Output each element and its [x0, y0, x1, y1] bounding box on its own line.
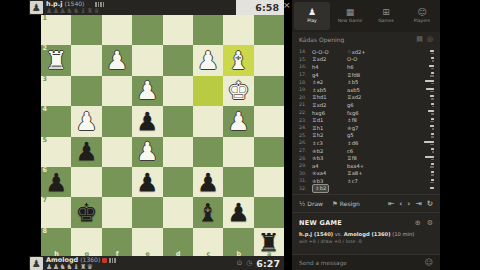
- white-move[interactable]: ♗c3: [312, 140, 347, 146]
- white-move[interactable]: ♖hd1: [312, 94, 347, 100]
- go-back-icon[interactable]: ‹: [399, 200, 402, 208]
- black-move[interactable]: O-O: [347, 56, 382, 62]
- black-pawn-e6[interactable]: ♟: [132, 167, 162, 197]
- move-row: 15.♖xd2O-O: [292, 56, 440, 64]
- black-rook-a8[interactable]: ♜: [254, 228, 284, 258]
- square-a6[interactable]: [254, 167, 284, 197]
- square-e8[interactable]: e: [132, 228, 162, 258]
- square-c6[interactable]: ♟: [193, 167, 223, 197]
- white-king-b3[interactable]: ♚: [223, 76, 253, 106]
- chess-board: 12♜♟♟♝3♟♚4♟♟♟5♟♟6♟♟♟7♚♝♟8hgfedcba♜: [41, 15, 284, 258]
- black-pawn-b7[interactable]: ♟: [223, 197, 253, 227]
- move-number: 27.: [299, 148, 312, 153]
- play-pawn-icon: ♟: [308, 8, 316, 17]
- white-rook-h2[interactable]: ♜: [41, 45, 71, 75]
- move-time-bars: [408, 133, 434, 138]
- grid-icon: ⊞: [382, 8, 390, 17]
- move-row: 20.♖hd1♖xd2: [292, 94, 440, 102]
- square-h7[interactable]: 7: [41, 197, 71, 227]
- move-time-bars: [408, 171, 434, 176]
- square-f8[interactable]: f: [102, 228, 132, 258]
- move-list: 14.O-O-O♘xd2+15.♖xd2O-O16.h4h617.g4♖fd81…: [292, 47, 440, 194]
- half-point-icon: ½: [299, 200, 305, 208]
- move-row: 17.g4♖fd8: [292, 71, 440, 79]
- tab-bar: ♟Play▦New Game⊞Games☺Players: [292, 0, 440, 32]
- rank-label-8: 8: [43, 228, 48, 235]
- board-icon: ▦: [346, 8, 355, 17]
- move-time-bars: [408, 80, 434, 85]
- square-a1[interactable]: [254, 15, 284, 45]
- black-move[interactable]: h6: [347, 64, 382, 70]
- move-number: 24.: [299, 125, 312, 130]
- square-h6[interactable]: 6♟: [41, 167, 71, 197]
- white-move[interactable]: ♖xd2: [312, 56, 347, 62]
- move-number: 26.: [299, 140, 312, 145]
- square-d3[interactable]: [163, 76, 193, 106]
- layout-icon[interactable]: ▤: [416, 36, 423, 43]
- tab-label: New Game: [338, 19, 363, 24]
- spectator-eye-icon[interactable]: ⊙: [236, 260, 242, 267]
- emoji-icon[interactable]: ☺: [425, 258, 433, 267]
- black-pawn-h6[interactable]: ♟: [41, 167, 71, 197]
- black-move[interactable]: fxg6: [347, 110, 382, 116]
- move-number: 14.: [299, 49, 312, 54]
- black-move[interactable]: ♗d6: [347, 140, 382, 146]
- square-h2[interactable]: 2♜: [41, 45, 71, 75]
- move-time-bars: [408, 118, 434, 123]
- square-g7[interactable]: ♚: [71, 197, 101, 227]
- black-pawn-c6[interactable]: ♟: [193, 167, 223, 197]
- white-move[interactable]: ♖h2: [312, 132, 347, 138]
- rank-label-5: 5: [43, 137, 48, 144]
- settings-gear-icon[interactable]: ⚙: [427, 219, 433, 227]
- black-move[interactable]: ♔g7: [347, 125, 382, 131]
- white-move[interactable]: hxg6: [312, 110, 347, 116]
- square-b4[interactable]: ♟: [223, 106, 253, 136]
- white-move[interactable]: ♖d1: [312, 117, 347, 123]
- square-c5[interactable]: [193, 137, 223, 167]
- white-move[interactable]: ♖h1: [312, 125, 347, 131]
- square-a7[interactable]: [254, 197, 284, 227]
- black-move[interactable]: axb5: [347, 87, 382, 93]
- square-d5[interactable]: [163, 137, 193, 167]
- square-c1[interactable]: [193, 15, 223, 45]
- go-start-icon[interactable]: ⇤: [388, 200, 394, 208]
- move-number: 32.: [299, 186, 312, 191]
- square-e3[interactable]: ♟: [132, 76, 162, 106]
- black-move[interactable]: bxa4+: [347, 163, 382, 169]
- connection-bars-icon: [95, 2, 104, 7]
- square-b3[interactable]: ♚: [223, 76, 253, 106]
- white-pawn-g4[interactable]: ♟: [71, 106, 101, 136]
- square-e7[interactable]: [132, 197, 162, 227]
- close-icon[interactable]: ×: [283, 1, 291, 10]
- matchup-line: h.p.j (1540) vs. Amologd (1360) (10 min): [299, 231, 433, 237]
- white-move[interactable]: ♔b3: [312, 178, 347, 184]
- bottom-player-avatar[interactable]: ♟: [30, 257, 43, 270]
- black-bishop-c7[interactable]: ♝: [193, 197, 223, 227]
- black-move[interactable]: c6: [347, 148, 382, 154]
- rating-change-line: win +8 / draw +0 / lose -8: [299, 239, 433, 244]
- square-e1[interactable]: [132, 15, 162, 45]
- tab-new-game[interactable]: ▦New Game: [332, 0, 368, 32]
- square-g2[interactable]: [71, 45, 101, 75]
- move-row: 26.♗c3♗d6: [292, 139, 440, 147]
- square-f7[interactable]: [102, 197, 132, 227]
- move-number: 31.: [299, 178, 312, 183]
- move-row: 19.♗xb5axb5: [292, 86, 440, 94]
- white-move[interactable]: a4: [312, 163, 347, 169]
- move-time-bars: [408, 50, 434, 55]
- bottom-player-bar: ♟ Amologd (1360) ♟♟♞♞♝♜♛ ⊙ ◷ 6:27: [29, 256, 284, 270]
- resign-button[interactable]: ⚑ Resign: [332, 200, 360, 208]
- move-row: 14.O-O-O♘xd2+: [292, 48, 440, 56]
- white-pawn-c2[interactable]: ♟: [193, 45, 223, 75]
- white-move[interactable]: ♗e2: [312, 79, 347, 85]
- square-b2[interactable]: ♝: [223, 45, 253, 75]
- connection-bars-icon: [109, 258, 116, 263]
- square-a3[interactable]: [254, 76, 284, 106]
- game-controls: ½ Draw ⚑ Resign ⇤‹›⇥↻: [292, 194, 440, 213]
- white-move[interactable]: ♗b2: [312, 184, 329, 193]
- chat-bar: Send a message ☺: [292, 254, 440, 270]
- tab-games[interactable]: ⊞Games: [368, 0, 404, 32]
- rank-label-4: 4: [43, 106, 48, 113]
- rank-label-1: 1: [43, 15, 48, 22]
- square-c3[interactable]: [193, 76, 223, 106]
- move-time-bars: [408, 65, 434, 70]
- square-d6[interactable]: [163, 167, 193, 197]
- black-king-g7[interactable]: ♚: [71, 197, 101, 227]
- white-pawn-e3[interactable]: ♟: [132, 76, 162, 106]
- flip-board-icon[interactable]: ↻: [427, 200, 433, 208]
- square-d1[interactable]: [163, 15, 193, 45]
- move-number: 22.: [299, 110, 312, 115]
- black-move[interactable]: ♖xd2: [347, 94, 382, 100]
- square-b7[interactable]: ♟: [223, 197, 253, 227]
- top-player-clock: 6:58: [236, 0, 284, 15]
- black-pawn-e4[interactable]: ♟: [132, 106, 162, 136]
- white-move[interactable]: g4: [312, 72, 347, 78]
- move-nav: ⇤‹›⇥↻: [388, 200, 433, 208]
- rank-label-3: 3: [43, 76, 48, 83]
- square-e5[interactable]: ♟: [132, 137, 162, 167]
- draw-button[interactable]: ½ Draw: [299, 200, 323, 208]
- move-number: 21.: [299, 102, 312, 107]
- move-number: 23.: [299, 118, 312, 123]
- tab-label: Players: [414, 19, 430, 24]
- tab-label: Play: [307, 19, 316, 24]
- black-move[interactable]: g5: [347, 132, 382, 138]
- move-time-bars: [408, 125, 434, 130]
- black-move[interactable]: ♘xd2+: [347, 49, 382, 55]
- target-icon[interactable]: ◎: [427, 36, 433, 43]
- square-a8[interactable]: a♜: [254, 228, 284, 258]
- move-time-bars: [408, 141, 434, 146]
- move-time-bars: [408, 103, 434, 108]
- square-h5[interactable]: 5: [41, 137, 71, 167]
- rank-label-7: 7: [43, 197, 48, 204]
- chat-input[interactable]: Send a message: [299, 260, 425, 266]
- square-b5[interactable]: [223, 137, 253, 167]
- white-pawn-b4[interactable]: ♟: [223, 106, 253, 136]
- resign-flag-icon: ⚑: [332, 200, 338, 208]
- move-row: 32.♗b2: [292, 185, 440, 193]
- square-g6[interactable]: [71, 167, 101, 197]
- square-a2[interactable]: [254, 45, 284, 75]
- clock-icon: ◷: [246, 260, 252, 267]
- white-move[interactable]: O-O-O: [312, 49, 347, 55]
- black-move[interactable]: ♗b5: [347, 79, 382, 85]
- tab-label: Games: [378, 19, 394, 24]
- white-move[interactable]: ♔b3: [312, 155, 347, 161]
- move-row: 21.♖xd2g6: [292, 101, 440, 109]
- square-g5[interactable]: ♟: [71, 137, 101, 167]
- white-bishop-b2[interactable]: ♝: [223, 45, 253, 75]
- square-c7[interactable]: ♝: [193, 197, 223, 227]
- move-time-bars: [408, 57, 434, 62]
- square-g8[interactable]: g: [71, 228, 101, 258]
- move-time-bars: [408, 95, 434, 100]
- square-b1[interactable]: [223, 15, 253, 45]
- membership-badge-icon: [102, 258, 107, 263]
- white-pawn-e5[interactable]: ♟: [132, 137, 162, 167]
- move-row: 18.♗e2♗b5: [292, 78, 440, 86]
- square-h4[interactable]: 4: [41, 106, 71, 136]
- square-f1[interactable]: [102, 15, 132, 45]
- square-d4[interactable]: [163, 106, 193, 136]
- square-e6[interactable]: ♟: [132, 167, 162, 197]
- square-h1[interactable]: 1: [41, 15, 71, 45]
- move-time-bars: [408, 179, 434, 184]
- square-a4[interactable]: [254, 106, 284, 136]
- move-row: 22.hxg6fxg6: [292, 109, 440, 117]
- go-end-icon[interactable]: ⇥: [415, 200, 421, 208]
- square-d8[interactable]: d: [163, 228, 193, 258]
- move-number: 20.: [299, 95, 312, 100]
- square-d2[interactable]: [163, 45, 193, 75]
- move-number: 17.: [299, 72, 312, 77]
- square-h8[interactable]: 8h: [41, 228, 71, 258]
- move-row: 23.♖d1♗f8: [292, 116, 440, 124]
- black-move[interactable]: ♖a8+: [347, 170, 382, 176]
- new-game-title: NEW GAME: [299, 219, 409, 227]
- square-e2[interactable]: [132, 45, 162, 75]
- go-forward-icon[interactable]: ›: [407, 200, 410, 208]
- square-g4[interactable]: ♟: [71, 106, 101, 136]
- square-c2[interactable]: ♟: [193, 45, 223, 75]
- square-d7[interactable]: [163, 197, 193, 227]
- move-number: 25.: [299, 133, 312, 138]
- white-pawn-f2[interactable]: ♟: [102, 45, 132, 75]
- square-f4[interactable]: [102, 106, 132, 136]
- move-row: 30.♔xa4♖a8+: [292, 170, 440, 178]
- move-time-bars: [408, 72, 434, 77]
- move-number: 30.: [299, 171, 312, 176]
- square-c4[interactable]: [193, 106, 223, 136]
- square-e4[interactable]: ♟: [132, 106, 162, 136]
- move-time-bars: [408, 110, 434, 115]
- square-f5[interactable]: [102, 137, 132, 167]
- top-captured-pieces: ♟♟♟♞♞♝♜♛: [46, 8, 100, 15]
- square-g3[interactable]: [71, 76, 101, 106]
- move-time-bars: [408, 156, 434, 161]
- black-move[interactable]: ♖fd8: [347, 72, 382, 78]
- move-time-bars: [408, 187, 434, 189]
- opening-name: Kádas Opening: [299, 36, 412, 43]
- move-number: 18.: [299, 80, 312, 85]
- tab-play[interactable]: ♟Play: [294, 2, 330, 30]
- move-number: 29.: [299, 163, 312, 168]
- person-icon: ☺: [417, 8, 426, 17]
- square-b6[interactable]: [223, 167, 253, 197]
- square-b8[interactable]: b: [223, 228, 253, 258]
- move-row: 28.♔b3♖f8: [292, 154, 440, 162]
- challenge-icon[interactable]: ⊕: [415, 219, 421, 227]
- square-a5[interactable]: [254, 137, 284, 167]
- white-move[interactable]: ♖xd2: [312, 102, 347, 108]
- move-row: 27.♔b2c6: [292, 147, 440, 155]
- top-player-bar: ♟ h.p.j (1540) ♟♟♟♞♞♝♜♛ 6:58: [29, 0, 284, 15]
- white-move[interactable]: h4: [312, 64, 347, 70]
- black-move[interactable]: g6: [347, 102, 382, 108]
- move-time-bars: [408, 148, 434, 153]
- move-row: 25.♖h2g5: [292, 132, 440, 140]
- square-g1[interactable]: [71, 15, 101, 45]
- move-time-bars: [408, 88, 434, 93]
- bottom-player-clock: 6:27: [256, 258, 280, 269]
- opening-row: Kádas Opening ▤ ◎: [292, 32, 440, 47]
- move-time-bars: [408, 163, 434, 168]
- square-f2[interactable]: ♟: [102, 45, 132, 75]
- move-number: 19.: [299, 87, 312, 92]
- black-move[interactable]: ♗c7: [347, 178, 382, 184]
- bottom-captured-pieces: ♟♟♞♞♝♜♛: [46, 264, 93, 270]
- square-h3[interactable]: 3: [41, 76, 71, 106]
- top-player-avatar[interactable]: ♟: [30, 1, 43, 14]
- new-game-section: NEW GAME ⊕ ⚙ h.p.j (1540) vs. Amologd (1…: [292, 213, 440, 248]
- tab-players[interactable]: ☺Players: [404, 0, 440, 32]
- side-panel: ♟Play▦New Game⊞Games☺Players Kádas Openi…: [292, 0, 440, 270]
- move-row: 29.a4bxa4+: [292, 162, 440, 170]
- move-number: 15.: [299, 57, 312, 62]
- square-c8[interactable]: c: [193, 228, 223, 258]
- black-move[interactable]: ♗f8: [347, 117, 382, 123]
- white-move[interactable]: ♗xb5: [312, 87, 347, 93]
- app-window: ♟ h.p.j (1540) ♟♟♟♞♞♝♜♛ 6:58 12♜♟♟♝3♟♚4♟…: [0, 0, 480, 270]
- square-f3[interactable]: [102, 76, 132, 106]
- move-row: 24.♖h1♔g7: [292, 124, 440, 132]
- black-move[interactable]: ♖f8: [347, 155, 382, 161]
- white-move[interactable]: ♔b2: [312, 148, 347, 154]
- move-row: 16.h4h6: [292, 63, 440, 71]
- move-number: 28.: [299, 156, 312, 161]
- white-move[interactable]: ♔xa4: [312, 170, 347, 176]
- country-flag-icon: [86, 2, 93, 7]
- square-f6[interactable]: [102, 167, 132, 197]
- black-pawn-g5[interactable]: ♟: [71, 137, 101, 167]
- move-number: 16.: [299, 64, 312, 69]
